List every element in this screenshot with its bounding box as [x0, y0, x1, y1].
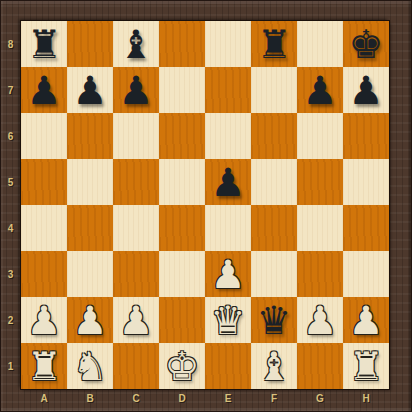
square-h2[interactable]: ♟	[343, 297, 389, 343]
rank-label-3: 3	[0, 251, 21, 297]
square-e5[interactable]: ♟	[205, 159, 251, 205]
file-labels: ABCDEFGH	[21, 389, 389, 408]
file-label-e: E	[205, 389, 251, 408]
square-f2[interactable]: ♛	[251, 297, 297, 343]
black-pawn[interactable]: ♟	[343, 67, 389, 113]
black-pawn[interactable]: ♟	[297, 67, 343, 113]
square-a5[interactable]	[21, 159, 67, 205]
white-bishop[interactable]: ♝	[251, 343, 297, 389]
white-pawn[interactable]: ♟	[205, 251, 251, 297]
file-label-h: H	[343, 389, 389, 408]
square-a4[interactable]	[21, 205, 67, 251]
square-b4[interactable]	[67, 205, 113, 251]
square-e8[interactable]	[205, 21, 251, 67]
square-g5[interactable]	[297, 159, 343, 205]
square-c8[interactable]: ♝	[113, 21, 159, 67]
square-h4[interactable]	[343, 205, 389, 251]
square-a6[interactable]	[21, 113, 67, 159]
square-a2[interactable]: ♟	[21, 297, 67, 343]
file-label-g: G	[297, 389, 343, 408]
square-a1[interactable]: ♜	[21, 343, 67, 389]
square-a7[interactable]: ♟	[21, 67, 67, 113]
black-queen[interactable]: ♛	[251, 297, 297, 343]
square-b2[interactable]: ♟	[67, 297, 113, 343]
square-b6[interactable]	[67, 113, 113, 159]
rank-label-7: 7	[0, 67, 21, 113]
square-d7[interactable]	[159, 67, 205, 113]
square-e1[interactable]	[205, 343, 251, 389]
square-g4[interactable]	[297, 205, 343, 251]
rank-label-5: 5	[0, 159, 21, 205]
rank-label-2: 2	[0, 297, 21, 343]
rank-label-6: 6	[0, 113, 21, 159]
white-pawn[interactable]: ♟	[297, 297, 343, 343]
white-rook[interactable]: ♜	[343, 343, 389, 389]
square-e3[interactable]: ♟	[205, 251, 251, 297]
square-g8[interactable]	[297, 21, 343, 67]
rank-label-4: 4	[0, 205, 21, 251]
square-e4[interactable]	[205, 205, 251, 251]
white-pawn[interactable]: ♟	[67, 297, 113, 343]
square-d3[interactable]	[159, 251, 205, 297]
rank-label-8: 8	[0, 21, 21, 67]
square-c4[interactable]	[113, 205, 159, 251]
square-d5[interactable]	[159, 159, 205, 205]
board-frame: 87654321 ♜♝♜♚♟♟♟♟♟♟♟♟♟♟♛♛♟♟♜♞♚♝♜ ABCDEFG…	[0, 0, 412, 412]
white-pawn[interactable]: ♟	[21, 297, 67, 343]
square-e7[interactable]	[205, 67, 251, 113]
square-g2[interactable]: ♟	[297, 297, 343, 343]
square-g7[interactable]: ♟	[297, 67, 343, 113]
white-king[interactable]: ♚	[159, 343, 205, 389]
square-c3[interactable]	[113, 251, 159, 297]
square-h3[interactable]	[343, 251, 389, 297]
white-queen[interactable]: ♛	[205, 297, 251, 343]
square-d2[interactable]	[159, 297, 205, 343]
square-f1[interactable]: ♝	[251, 343, 297, 389]
square-g1[interactable]	[297, 343, 343, 389]
square-d8[interactable]	[159, 21, 205, 67]
square-f5[interactable]	[251, 159, 297, 205]
square-f3[interactable]	[251, 251, 297, 297]
square-b5[interactable]	[67, 159, 113, 205]
square-b8[interactable]	[67, 21, 113, 67]
square-d6[interactable]	[159, 113, 205, 159]
square-f7[interactable]	[251, 67, 297, 113]
black-pawn[interactable]: ♟	[113, 67, 159, 113]
file-label-a: A	[21, 389, 67, 408]
file-label-b: B	[67, 389, 113, 408]
square-h8[interactable]: ♚	[343, 21, 389, 67]
square-e6[interactable]	[205, 113, 251, 159]
square-b3[interactable]	[67, 251, 113, 297]
black-rook[interactable]: ♜	[21, 21, 67, 67]
white-rook[interactable]: ♜	[21, 343, 67, 389]
file-label-f: F	[251, 389, 297, 408]
white-pawn[interactable]: ♟	[113, 297, 159, 343]
square-d4[interactable]	[159, 205, 205, 251]
black-pawn[interactable]: ♟	[67, 67, 113, 113]
rank-labels: 87654321	[0, 21, 21, 389]
square-g6[interactable]	[297, 113, 343, 159]
square-f4[interactable]	[251, 205, 297, 251]
square-e2[interactable]: ♛	[205, 297, 251, 343]
square-h7[interactable]: ♟	[343, 67, 389, 113]
square-c7[interactable]: ♟	[113, 67, 159, 113]
square-h6[interactable]	[343, 113, 389, 159]
file-label-d: D	[159, 389, 205, 408]
black-rook[interactable]: ♜	[251, 21, 297, 67]
black-pawn[interactable]: ♟	[21, 67, 67, 113]
black-king[interactable]: ♚	[343, 21, 389, 67]
square-h1[interactable]: ♜	[343, 343, 389, 389]
square-c6[interactable]	[113, 113, 159, 159]
white-knight[interactable]: ♞	[67, 343, 113, 389]
square-b7[interactable]: ♟	[67, 67, 113, 113]
square-b1[interactable]: ♞	[67, 343, 113, 389]
square-h5[interactable]	[343, 159, 389, 205]
square-a3[interactable]	[21, 251, 67, 297]
black-pawn[interactable]: ♟	[205, 159, 251, 205]
square-f8[interactable]: ♜	[251, 21, 297, 67]
rank-label-1: 1	[0, 343, 21, 389]
file-label-c: C	[113, 389, 159, 408]
square-c2[interactable]: ♟	[113, 297, 159, 343]
square-c1[interactable]	[113, 343, 159, 389]
square-d1[interactable]: ♚	[159, 343, 205, 389]
square-c5[interactable]	[113, 159, 159, 205]
square-g3[interactable]	[297, 251, 343, 297]
square-f6[interactable]	[251, 113, 297, 159]
black-bishop[interactable]: ♝	[113, 21, 159, 67]
chess-board: ♜♝♜♚♟♟♟♟♟♟♟♟♟♟♛♛♟♟♜♞♚♝♜	[21, 21, 389, 389]
square-a8[interactable]: ♜	[21, 21, 67, 67]
white-pawn[interactable]: ♟	[343, 297, 389, 343]
